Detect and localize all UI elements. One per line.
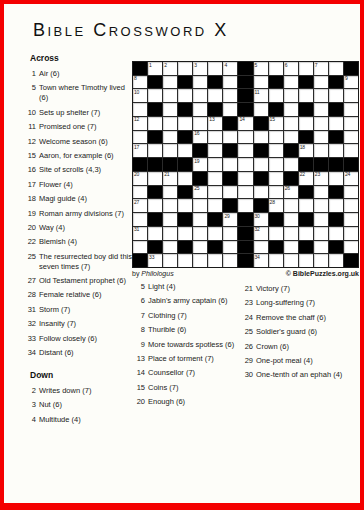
grid-cell[interactable] [314, 199, 328, 212]
clue-text: Female relative (6) [39, 290, 132, 300]
clue-number: 17 [26, 180, 39, 190]
grid-cell-block [178, 158, 192, 171]
grid-cell[interactable] [208, 199, 222, 212]
clue-text: Distant (6) [39, 348, 132, 358]
cell-number: 33 [149, 255, 154, 260]
grid-cell[interactable] [223, 241, 237, 254]
across-header: Across [30, 53, 132, 63]
grid-cell[interactable] [208, 186, 222, 199]
grid-cell[interactable] [163, 186, 177, 199]
grid-cell[interactable]: 21 [163, 172, 177, 185]
clue-item: 15Coins (7) [135, 383, 241, 393]
clue-text: Storm (7) [39, 305, 132, 315]
clue-item: 25The resurrected boy did this seven tim… [26, 252, 132, 272]
clue-number: 15 [26, 151, 39, 161]
clue-item: 27Old Testament prophet (6) [26, 276, 132, 286]
clue-text: Blemish (4) [39, 237, 132, 247]
cell-number: 29 [224, 214, 229, 219]
grid-cell-block [299, 131, 313, 144]
grid-cell-block [148, 213, 162, 226]
grid-cell[interactable] [344, 144, 358, 157]
clue-number: 21 [243, 282, 256, 296]
clue-text: Clothing (7) [148, 311, 241, 321]
grid-cell[interactable] [193, 213, 207, 226]
grid-cell-block [148, 131, 162, 144]
grid-cell[interactable] [178, 172, 192, 185]
clue-number: 31 [26, 305, 39, 315]
grid-cell[interactable]: 19 [193, 158, 207, 171]
clue-item: 20Way (4) [26, 223, 132, 233]
clue-item: 14Counsellor (7) [135, 368, 241, 378]
grid-cell[interactable] [133, 186, 147, 199]
grid-cell[interactable]: 30 [254, 213, 268, 226]
clue-number: 4 [26, 415, 39, 425]
grid-cell[interactable] [223, 76, 237, 89]
clue-text: Air (6) [39, 69, 132, 79]
grid-cell[interactable] [269, 144, 283, 157]
grid-cell[interactable]: 16 [193, 131, 207, 144]
grid-cell[interactable] [148, 117, 162, 130]
clue-number: 6 [135, 296, 148, 306]
cell-number: 18 [300, 145, 305, 150]
grid-cell[interactable] [193, 76, 207, 89]
grid-cell[interactable]: 32 [254, 227, 268, 240]
grid-cell[interactable] [193, 241, 207, 254]
grid-cell-block [344, 254, 358, 267]
grid-cell[interactable] [208, 89, 222, 102]
grid-cell[interactable] [254, 103, 268, 116]
cell-number: 21 [164, 172, 169, 177]
grid-cell-block [133, 158, 147, 171]
right-clue-column: 21Victory (7)23Long-suffering (7)24Remov… [243, 282, 361, 383]
clue-item: 13Place of torment (7) [135, 354, 241, 364]
clue-number: 34 [26, 348, 39, 358]
clue-text: Multitude (4) [39, 415, 132, 425]
down-clue-list-middle: 5Light (4)6Jabin's army captain (6)7Clot… [135, 282, 241, 407]
grid-cell[interactable]: 26 [284, 186, 298, 199]
clue-item: 19Roman army divisions (7) [26, 209, 132, 219]
grid-cell[interactable] [238, 186, 252, 199]
grid-cell[interactable] [133, 241, 147, 254]
cell-number: 25 [194, 186, 199, 191]
grid-cell[interactable] [178, 199, 192, 212]
grid-cell-block [238, 227, 252, 240]
puzzle-page: Bible Crossword X Across 1Air (6)5Town w… [0, 0, 364, 510]
grid-cell[interactable]: 31 [133, 227, 147, 240]
clue-text: One-tenth of an ephah (4) [256, 368, 361, 382]
grid-cell-block [238, 62, 252, 75]
grid-cell[interactable]: 24 [344, 172, 358, 185]
grid-cell[interactable] [314, 254, 328, 267]
grid-cell-block [254, 144, 268, 157]
grid-cell[interactable] [254, 158, 268, 171]
grid-cell[interactable] [148, 227, 162, 240]
grid-cell[interactable] [299, 199, 313, 212]
grid-cell[interactable] [238, 144, 252, 157]
grid-cell[interactable] [238, 158, 252, 171]
grid-cell[interactable] [269, 254, 283, 267]
grid-cell[interactable] [208, 158, 222, 171]
grid-cell[interactable] [193, 117, 207, 130]
grid-cell-block [238, 241, 252, 254]
clue-text: The resurrected boy did this seven times… [39, 252, 132, 272]
grid-cell[interactable] [133, 131, 147, 144]
grid-cell[interactable] [314, 117, 328, 130]
clue-number: 2 [26, 386, 39, 396]
grid-cell-block [223, 117, 237, 130]
grid-cell[interactable] [284, 213, 298, 226]
grid-cell[interactable]: 25 [193, 186, 207, 199]
clue-text: Flower (4) [39, 180, 132, 190]
grid-cell[interactable] [208, 254, 222, 267]
grid-cell[interactable] [269, 62, 283, 75]
clue-number: 20 [26, 223, 39, 233]
grid-cell[interactable]: 15 [269, 117, 283, 130]
clue-number: 23 [243, 296, 256, 310]
grid-cell[interactable]: 8 [133, 76, 147, 89]
grid-cell[interactable] [314, 144, 328, 157]
cell-number: 22 [300, 172, 305, 177]
grid-cell[interactable] [163, 199, 177, 212]
clue-text: Promised one (7) [39, 122, 132, 132]
clue-text: One-pot meal (4) [256, 354, 361, 368]
clue-text: Jabin's army captain (6) [148, 296, 241, 306]
clue-text: Long-suffering (7) [256, 296, 361, 310]
grid-cell[interactable] [208, 172, 222, 185]
clue-item: 12Welcome season (6) [26, 137, 132, 147]
clue-number: 25 [243, 325, 256, 339]
grid-cell[interactable] [344, 186, 358, 199]
grid-cell[interactable] [163, 227, 177, 240]
cell-number: 9 [345, 76, 348, 81]
clue-item: 10Sets up shelter (7) [26, 108, 132, 118]
grid-cell[interactable]: 27 [133, 199, 147, 212]
clue-text: Remove the chaff (6) [256, 311, 361, 325]
grid-cell[interactable] [148, 172, 162, 185]
grid-cell[interactable] [178, 144, 192, 157]
grid-cell[interactable] [254, 186, 268, 199]
grid-cell[interactable] [314, 227, 328, 240]
grid-cell[interactable]: 5 [254, 62, 268, 75]
grid-cell[interactable] [133, 103, 147, 116]
cell-number: 10 [134, 90, 139, 95]
clue-text: Insanity (7) [39, 319, 132, 329]
grid-cell[interactable]: 12 [133, 117, 147, 130]
grid-cell[interactable] [223, 103, 237, 116]
grid-cell-block [329, 186, 343, 199]
grid-cell[interactable] [148, 89, 162, 102]
grid-cell-block [178, 213, 192, 226]
grid-cell[interactable] [208, 227, 222, 240]
grid-cell[interactable]: 10 [133, 89, 147, 102]
clue-item: 24Remove the chaff (6) [243, 311, 361, 325]
grid-cell[interactable]: 9 [344, 76, 358, 89]
grid-cell[interactable] [193, 227, 207, 240]
grid-cell[interactable] [269, 227, 283, 240]
grid-cell[interactable]: 28 [269, 199, 283, 212]
clue-text: Town where Timothy lived (6) [39, 83, 132, 103]
grid-cell-block [133, 62, 147, 75]
grid-cell[interactable]: 3 [193, 62, 207, 75]
grid-cell-block [238, 103, 252, 116]
grid-cell[interactable] [208, 62, 222, 75]
grid-cell[interactable] [178, 227, 192, 240]
grid-cell[interactable] [299, 117, 313, 130]
grid-cell[interactable] [329, 62, 343, 75]
grid-cell[interactable]: 11 [254, 89, 268, 102]
clue-number: 9 [135, 340, 148, 350]
grid-cell[interactable] [223, 227, 237, 240]
grid-cell[interactable] [163, 144, 177, 157]
grid-cell-block [178, 131, 192, 144]
grid-cell[interactable] [223, 186, 237, 199]
grid-cell[interactable] [269, 158, 283, 171]
cell-number: 2 [164, 63, 167, 68]
clue-text: Counsellor (7) [148, 368, 241, 378]
clue-number: 3 [26, 400, 39, 410]
grid-cell-block [269, 241, 283, 254]
grid-cell[interactable] [254, 76, 268, 89]
attribution-row: by Philologus © BiblePuzzles.org.uk [132, 270, 359, 277]
grid-cell[interactable] [163, 131, 177, 144]
grid-cell[interactable] [329, 117, 343, 130]
grid-cell[interactable] [329, 254, 343, 267]
grid-cell[interactable] [314, 89, 328, 102]
grid-cell-block [329, 213, 343, 226]
grid-cell[interactable] [238, 131, 252, 144]
grid-cell[interactable] [163, 89, 177, 102]
grid-cell[interactable] [254, 131, 268, 144]
grid-cell[interactable]: 17 [133, 144, 147, 157]
grid-cell[interactable] [284, 89, 298, 102]
page-title: Bible Crossword X [33, 20, 229, 41]
grid-cell[interactable]: 7 [314, 62, 328, 75]
grid-cell[interactable] [178, 117, 192, 130]
grid-cell[interactable]: 2 [163, 62, 177, 75]
grid-cell[interactable]: 6 [284, 62, 298, 75]
grid-cell-block [238, 254, 252, 267]
grid-cell-block [299, 76, 313, 89]
grid-cell-block [208, 241, 222, 254]
grid-cell[interactable] [193, 103, 207, 116]
grid-cell[interactable] [329, 199, 343, 212]
grid-cell[interactable] [299, 89, 313, 102]
grid-cell-block [269, 103, 283, 116]
grid-cell[interactable] [178, 62, 192, 75]
clue-number: 25 [26, 252, 39, 272]
grid-cell[interactable]: 34 [254, 254, 268, 267]
clue-number: 20 [135, 397, 148, 407]
clue-number: 8 [135, 325, 148, 335]
grid-cell[interactable]: 14 [238, 117, 252, 130]
grid-cell[interactable]: 22 [299, 172, 313, 185]
grid-cell[interactable] [344, 227, 358, 240]
grid-cell-block [208, 213, 222, 226]
clue-text: Site of scrolls (4,3) [39, 165, 132, 175]
clue-item: 6Jabin's army captain (6) [135, 296, 241, 306]
grid-cell[interactable] [223, 158, 237, 171]
grid-cell[interactable] [193, 254, 207, 267]
clue-item: 15Aaron, for example (6) [26, 151, 132, 161]
grid-cell[interactable] [269, 172, 283, 185]
grid-cell[interactable] [299, 227, 313, 240]
grid-cell[interactable] [314, 241, 328, 254]
clue-number: 1 [26, 69, 39, 79]
grid-cell[interactable] [223, 131, 237, 144]
grid-cell[interactable] [208, 144, 222, 157]
clue-item: 28Female relative (6) [26, 290, 132, 300]
clue-text: Victory (7) [256, 282, 361, 296]
cell-number: 7 [315, 63, 318, 68]
grid-cell[interactable] [299, 62, 313, 75]
grid-cell[interactable]: 33 [148, 254, 162, 267]
grid-cell[interactable]: 20 [133, 172, 147, 185]
cell-number: 4 [224, 63, 227, 68]
grid-cell[interactable] [284, 241, 298, 254]
grid-cell[interactable] [284, 199, 298, 212]
grid-cell[interactable] [208, 131, 222, 144]
grid-cell-block [148, 76, 162, 89]
grid-cell[interactable] [314, 213, 328, 226]
grid-cell[interactable] [284, 103, 298, 116]
grid-cell[interactable] [314, 131, 328, 144]
grid-cell[interactable] [314, 103, 328, 116]
clue-number: 32 [26, 319, 39, 329]
cell-number: 31 [134, 227, 139, 232]
clue-text: Sets up shelter (7) [39, 108, 132, 118]
grid-cell[interactable] [284, 76, 298, 89]
grid-cell[interactable] [284, 158, 298, 171]
clue-text: Welcome season (6) [39, 137, 132, 147]
cell-number: 19 [194, 159, 199, 164]
grid-cell-block [238, 89, 252, 102]
grid-cell[interactable] [223, 89, 237, 102]
grid-cell[interactable] [269, 89, 283, 102]
clue-text: More towards spotless (6) [148, 340, 241, 350]
clue-item: 23Long-suffering (7) [243, 296, 361, 310]
cell-number: 26 [285, 186, 290, 191]
grid-cell[interactable] [163, 117, 177, 130]
grid-cell[interactable] [344, 89, 358, 102]
grid-cell[interactable] [133, 213, 147, 226]
clue-item: 1Air (6) [26, 69, 132, 79]
grid-cell-block [238, 213, 252, 226]
grid-cell[interactable] [314, 186, 328, 199]
grid-cell[interactable] [344, 241, 358, 254]
grid-cell[interactable] [284, 117, 298, 130]
grid-cell[interactable] [148, 199, 162, 212]
clue-text: Way (4) [39, 223, 132, 233]
grid-cell[interactable] [269, 131, 283, 144]
grid-cell[interactable] [284, 131, 298, 144]
grid-cell[interactable] [193, 89, 207, 102]
clue-item: 18Magi guide (4) [26, 194, 132, 204]
grid-cell[interactable]: 18 [299, 144, 313, 157]
grid-cell-block [238, 76, 252, 89]
clue-item: 21Victory (7) [243, 282, 361, 296]
clue-item: 8Thurible (6) [135, 325, 241, 335]
grid-cell[interactable] [344, 131, 358, 144]
grid-cell[interactable]: 4 [223, 62, 237, 75]
grid-cell[interactable] [178, 89, 192, 102]
cell-number: 27 [134, 200, 139, 205]
grid-cell[interactable]: 1 [148, 62, 162, 75]
grid-cell[interactable] [254, 241, 268, 254]
grid-cell[interactable] [284, 254, 298, 267]
byline-author: Philologus [141, 270, 173, 277]
grid-cell[interactable] [344, 103, 358, 116]
clue-number: 15 [135, 383, 148, 393]
grid-cell-block [314, 158, 328, 171]
grid-cell[interactable] [163, 254, 177, 267]
grid-cell[interactable] [238, 172, 252, 185]
grid-cell[interactable] [163, 241, 177, 254]
grid-cell[interactable]: 23 [314, 172, 328, 185]
grid-cell[interactable]: 29 [223, 213, 237, 226]
cell-number: 20 [134, 172, 139, 177]
clue-number: 27 [26, 276, 39, 286]
clue-item: 33Follow closely (6) [26, 334, 132, 344]
clue-item: 26Crown (6) [243, 340, 361, 354]
grid-cell[interactable] [178, 254, 192, 267]
clue-item: 7Clothing (7) [135, 311, 241, 321]
grid-cell[interactable] [269, 186, 283, 199]
grid-cell-block [178, 186, 192, 199]
clue-item: 16Site of scrolls (4,3) [26, 165, 132, 175]
cell-number: 34 [255, 255, 260, 260]
clue-text: Enough (6) [148, 397, 241, 407]
grid-cell[interactable] [344, 213, 358, 226]
grid-cell[interactable] [163, 213, 177, 226]
grid-cell[interactable] [329, 89, 343, 102]
cell-number: 3 [194, 63, 197, 68]
grid-cell-block [284, 172, 298, 185]
clue-text: Aaron, for example (6) [39, 151, 132, 161]
grid-cell[interactable] [163, 76, 177, 89]
grid-cell-block [223, 144, 237, 157]
grid-cell[interactable] [329, 172, 343, 185]
grid-cell[interactable] [329, 144, 343, 157]
left-clue-column: Across 1Air (6)5Town where Timothy lived… [26, 53, 132, 429]
cell-number: 6 [285, 63, 288, 68]
byline-prefix: by [132, 270, 141, 277]
clue-item: 32Insanity (7) [26, 319, 132, 329]
clue-number: 28 [26, 290, 39, 300]
grid-cell[interactable] [238, 199, 252, 212]
clue-item: 4Multitude (4) [26, 415, 132, 425]
grid-cell-block [208, 103, 222, 116]
clue-item: 5Light (4) [135, 282, 241, 292]
grid-cell-block [148, 103, 162, 116]
clue-text: Magi guide (4) [39, 194, 132, 204]
grid-cell[interactable] [284, 227, 298, 240]
clue-number: 11 [26, 122, 39, 132]
grid-cell[interactable] [344, 199, 358, 212]
grid-cell[interactable] [314, 76, 328, 89]
grid-cell[interactable] [344, 117, 358, 130]
grid-cell[interactable] [163, 103, 177, 116]
grid-cell[interactable] [329, 227, 343, 240]
grid-cell[interactable] [299, 254, 313, 267]
grid-cell[interactable]: 13 [208, 117, 222, 130]
grid-cell[interactable] [148, 144, 162, 157]
grid-cell[interactable] [223, 254, 237, 267]
clue-number: 5 [26, 83, 39, 103]
grid-cell-block [299, 158, 313, 171]
clue-number: 22 [26, 237, 39, 247]
down-clue-list-left: 2Writes down (7)3Nut (6)4Multitude (4) [26, 386, 132, 425]
grid-cell[interactable] [193, 199, 207, 212]
